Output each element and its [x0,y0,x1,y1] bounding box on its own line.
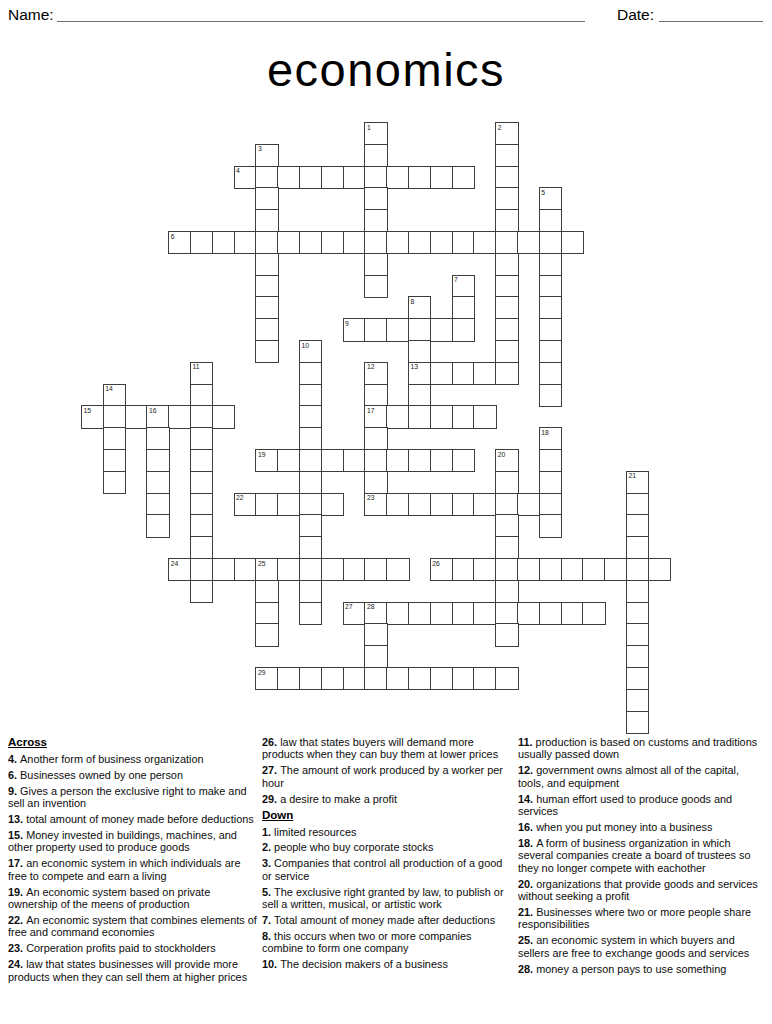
grid-cell[interactable] [299,405,322,428]
grid-cell[interactable] [146,493,169,516]
grid-cell[interactable] [452,493,475,516]
grid-cell[interactable] [255,340,278,363]
grid-cell[interactable] [430,667,453,690]
grid-cell[interactable]: 20 [495,449,518,472]
grid-cell[interactable] [539,318,562,341]
grid-cell[interactable]: 8 [408,296,431,319]
grid-cell[interactable] [473,602,496,625]
clue-number: 22. [8,914,26,926]
grid-cell[interactable] [408,384,431,407]
grid-cell[interactable] [364,253,387,276]
cell-number: 10 [302,342,310,350]
grid-cell[interactable] [299,166,322,189]
grid-cell[interactable] [430,166,453,189]
grid-cell[interactable]: 28 [364,602,387,625]
cell-number: 18 [541,429,549,437]
grid-cell[interactable] [364,318,387,341]
clue-number: 26. [262,736,280,748]
grid-cell[interactable] [146,514,169,537]
grid-cell[interactable] [452,296,475,319]
clue-item: 1. limited resources [262,826,512,838]
grid-cell[interactable] [495,144,518,167]
grid-cell[interactable] [386,602,409,625]
grid-cell[interactable] [495,558,518,581]
grid-cell[interactable] [277,166,300,189]
grid-cell[interactable] [255,623,278,646]
clue-item: 22. An economic system that combines ele… [8,914,260,939]
grid-cell[interactable] [386,667,409,690]
grid-cell[interactable] [168,405,191,428]
grid-cell[interactable] [364,645,387,668]
grid-cell[interactable] [190,493,213,516]
name-label: Name: [8,6,54,24]
grid-cell[interactable] [146,449,169,472]
cell-number: 12 [367,363,375,371]
grid-cell[interactable] [299,558,322,581]
grid-cell[interactable] [408,340,431,363]
grid-cell[interactable] [277,667,300,690]
grid-cell[interactable] [408,449,431,472]
grid-cell[interactable] [321,667,344,690]
grid-cell[interactable] [386,558,409,581]
cell-number: 15 [84,407,92,415]
cell-number: 26 [432,560,440,568]
grid-cell[interactable] [626,689,649,712]
grid-cell[interactable] [277,231,300,254]
grid-cell[interactable] [539,558,562,581]
grid-cell[interactable] [495,471,518,494]
crossword-grid: 1234567891011121314151617181920212223242… [81,122,672,735]
grid-cell[interactable] [539,602,562,625]
clue-number: 7. [262,914,274,926]
grid-cell[interactable]: 2 [495,122,518,145]
grid-cell[interactable] [299,427,322,450]
grid-cell[interactable] [386,231,409,254]
cell-number: 21 [629,472,637,480]
clue-item: 19. An economic system based on private … [8,886,260,911]
grid-cell[interactable] [255,209,278,232]
grid-cell[interactable] [495,580,518,603]
grid-cell[interactable] [495,340,518,363]
grid-cell[interactable] [626,711,649,734]
grid-cell[interactable]: 13 [408,362,431,385]
grid-cell[interactable] [364,471,387,494]
clue-number: 17. [8,857,26,869]
clue-number: 21. [518,906,536,918]
grid-cell[interactable]: 25 [255,558,278,581]
grid-cell[interactable] [103,405,126,428]
cell-number: 28 [367,603,375,611]
grid-cell[interactable] [495,493,518,516]
grid-cell[interactable]: 3 [255,144,278,167]
grid-cell[interactable] [190,231,213,254]
clue-number: 3. [262,857,274,869]
date-label: Date: [617,6,654,24]
grid-cell[interactable]: 9 [343,318,366,341]
grid-cell[interactable] [473,667,496,690]
grid-cell[interactable] [495,623,518,646]
grid-cell[interactable]: 23 [364,493,387,516]
grid-cell[interactable] [364,275,387,298]
grid-cell[interactable] [539,296,562,319]
grid-cell[interactable] [408,166,431,189]
clue-item: 14. human effort used to produce goods a… [518,793,768,818]
clue-number: 18. [518,837,536,849]
grid-cell[interactable] [495,296,518,319]
clue-item: 8. this occurs when two or more companie… [262,930,512,955]
clue-item: 26. law that states buyers will demand m… [262,736,512,761]
grid-cell[interactable] [364,427,387,450]
grid-cell[interactable] [495,209,518,232]
grid-cell[interactable] [343,166,366,189]
clue-item: 29. a desire to make a profit [262,793,512,805]
grid-cell[interactable] [343,231,366,254]
grid-cell[interactable]: 5 [539,187,562,210]
grid-cell[interactable] [255,493,278,516]
clue-number: 29. [262,793,280,805]
grid-cell[interactable] [364,231,387,254]
grid-cell[interactable] [299,580,322,603]
grid-cell[interactable] [103,427,126,450]
clue-item: 5. The exclusive right granted by law, t… [262,886,512,911]
cell-number: 23 [367,494,375,502]
grid-cell[interactable] [495,602,518,625]
grid-cell[interactable]: 16 [146,405,169,428]
grid-cell[interactable] [190,449,213,472]
clue-number: 19. [8,886,26,898]
grid-cell[interactable] [495,275,518,298]
clue-number: 14. [518,793,536,805]
clue-number: 4. [8,753,20,765]
clue-number: 8. [262,930,274,942]
grid-cell[interactable] [386,493,409,516]
grid-cell[interactable] [299,384,322,407]
grid-cell[interactable] [539,449,562,472]
grid-cell[interactable] [408,667,431,690]
grid-cell[interactable] [255,296,278,319]
grid-cell[interactable] [582,558,605,581]
grid-cell[interactable] [234,231,257,254]
grid-cell[interactable] [626,623,649,646]
grid-cell[interactable] [190,471,213,494]
clue-item: 3. Companies that control all production… [262,857,512,882]
cell-number: 7 [454,276,458,284]
clue-number: 5. [262,886,274,898]
grid-cell[interactable] [408,602,431,625]
grid-cell[interactable] [473,405,496,428]
grid-cell[interactable] [517,602,540,625]
grid-cell[interactable]: 21 [626,471,649,494]
grid-cell[interactable] [299,471,322,494]
clue-item: 4. Another form of business organization [8,753,260,765]
grid-cell[interactable] [212,558,235,581]
grid-cell[interactable] [277,558,300,581]
grid-cell[interactable] [255,602,278,625]
grid-cell[interactable]: 10 [299,340,322,363]
grid-cell[interactable]: 27 [343,602,366,625]
grid-cell[interactable] [190,384,213,407]
grid-cell[interactable] [277,493,300,516]
grid-cell[interactable] [495,253,518,276]
grid-cell[interactable] [430,231,453,254]
clue-number: 13. [8,813,26,825]
grid-cell[interactable] [626,667,649,690]
grid-cell[interactable] [539,493,562,516]
grid-cell[interactable] [582,602,605,625]
grid-cell[interactable] [299,449,322,472]
clue-item: 2. people who buy corporate stocks [262,841,512,853]
grid-cell[interactable] [561,231,584,254]
cell-number: 17 [367,407,375,415]
clue-number: 1. [262,826,274,838]
clue-number: 10. [262,958,280,970]
grid-cell[interactable] [495,514,518,537]
grid-cell[interactable] [364,667,387,690]
grid-cell[interactable] [386,405,409,428]
grid-cell[interactable] [299,231,322,254]
grid-cell[interactable] [321,231,344,254]
grid-cell[interactable] [626,602,649,625]
clue-number: 2. [262,841,274,853]
cell-number: 14 [105,385,113,393]
cell-number: 3 [258,145,262,153]
cell-number: 9 [345,320,349,328]
grid-cell[interactable] [190,405,213,428]
grid-cell[interactable] [430,318,453,341]
grid-cell[interactable] [234,558,257,581]
cell-number: 13 [411,363,419,371]
grid-cell[interactable] [299,536,322,559]
grid-cell[interactable] [321,166,344,189]
clue-number: 28. [518,963,536,975]
grid-cell[interactable] [539,340,562,363]
grid-cell[interactable]: 18 [539,427,562,450]
grid-cell[interactable] [452,558,475,581]
clue-item: 6. Businesses owned by one person [8,769,260,781]
grid-cell[interactable] [539,253,562,276]
grid-cell[interactable] [495,362,518,385]
grid-cell[interactable] [103,449,126,472]
cell-number: 25 [258,560,266,568]
clue-item: 9. Gives a person the exclusive right to… [8,785,260,810]
grid-cell[interactable] [561,558,584,581]
grid-cell[interactable]: 29 [255,667,278,690]
grid-cell[interactable] [364,558,387,581]
grid-cell[interactable]: 22 [234,493,257,516]
grid-cell[interactable] [495,166,518,189]
date-blank-line[interactable] [659,21,763,22]
grid-cell[interactable] [495,187,518,210]
clue-number: 16. [518,821,536,833]
grid-cell[interactable] [452,166,475,189]
grid-cell[interactable] [255,580,278,603]
grid-cell[interactable]: 11 [190,362,213,385]
grid-cell[interactable] [255,253,278,276]
clue-number: 25. [518,934,536,946]
grid-cell[interactable]: 1 [364,122,387,145]
grid-cell[interactable] [495,667,518,690]
grid-cell[interactable] [452,318,475,341]
grid-cell[interactable] [539,231,562,254]
worksheet-page: Name: Date: economics 123456789101112131… [0,0,772,1024]
grid-cell[interactable] [299,602,322,625]
grid-cell[interactable] [517,558,540,581]
grid-cell[interactable] [190,580,213,603]
cell-number: 22 [236,494,244,502]
cell-number: 29 [258,669,266,677]
grid-cell[interactable] [626,580,649,603]
grid-cell[interactable] [452,231,475,254]
grid-cell[interactable] [517,231,540,254]
grid-cell[interactable]: 17 [364,405,387,428]
grid-cell[interactable] [495,231,518,254]
cell-number: 11 [193,363,200,371]
grid-cell[interactable]: 4 [234,166,257,189]
grid-cell[interactable] [386,449,409,472]
grid-cell[interactable] [255,231,278,254]
grid-cell[interactable] [190,558,213,581]
grid-cell[interactable] [190,536,213,559]
cell-number: 1 [367,124,371,132]
grid-cell[interactable] [408,318,431,341]
grid-cell[interactable] [539,362,562,385]
grid-cell[interactable] [473,362,496,385]
grid-cell[interactable]: 26 [430,558,453,581]
grid-cell[interactable] [473,493,496,516]
cell-number: 19 [258,451,266,459]
grid-cell[interactable] [430,405,453,428]
name-blank-line[interactable] [57,21,585,22]
grid-cell[interactable] [539,275,562,298]
grid-cell[interactable] [321,493,344,516]
grid-cell[interactable] [190,514,213,537]
clue-number: 15. [8,829,26,841]
grid-cell[interactable] [561,602,584,625]
clue-item: 28. money a person pays to use something [518,963,768,975]
grid-cell[interactable] [212,405,235,428]
grid-cell[interactable]: 24 [168,558,191,581]
grid-cell[interactable] [364,144,387,167]
grid-cell[interactable]: 6 [168,231,191,254]
grid-cell[interactable] [146,471,169,494]
grid-cell[interactable] [364,166,387,189]
clue-item: 12. government owns almost all of the ca… [518,764,768,789]
grid-cell[interactable] [277,449,300,472]
grid-cell[interactable] [125,405,148,428]
grid-cell[interactable] [452,667,475,690]
grid-cell[interactable] [539,514,562,537]
cell-number: 4 [236,167,240,175]
grid-cell[interactable] [604,558,627,581]
clue-item: 20. organizations that provide goods and… [518,878,768,903]
grid-cell[interactable] [648,558,671,581]
grid-cell[interactable]: 14 [103,384,126,407]
grid-cell[interactable] [255,318,278,341]
grid-cell[interactable] [452,362,475,385]
grid-cell[interactable] [539,471,562,494]
grid-cell[interactable] [321,449,344,472]
clue-item: 15. Money invested in buildings, machine… [8,829,260,854]
grid-cell[interactable] [364,449,387,472]
grid-cell[interactable] [343,667,366,690]
grid-cell[interactable] [430,493,453,516]
grid-cell[interactable] [299,493,322,516]
clue-number: 12. [518,764,536,776]
clue-item: 24. law that states businesses will prov… [8,958,260,983]
grid-cell[interactable]: 12 [364,362,387,385]
grid-cell[interactable] [452,602,475,625]
grid-cell[interactable] [517,493,540,516]
grid-cell[interactable] [364,209,387,232]
grid-cell[interactable] [343,558,366,581]
clue-column-1: Across4. Another form of business organi… [8,736,260,987]
clue-column-2: 26. law that states buyers will demand m… [262,736,512,974]
clue-item: 10. The decision makers of a business [262,958,512,970]
grid-cell[interactable] [626,645,649,668]
grid-cell[interactable] [408,493,431,516]
across-header: Across [8,736,260,749]
grid-cell[interactable] [190,427,213,450]
grid-cell[interactable] [299,667,322,690]
grid-cell[interactable] [299,362,322,385]
grid-cell[interactable] [299,514,322,537]
grid-cell[interactable] [430,602,453,625]
grid-cell[interactable] [408,231,431,254]
grid-cell[interactable] [626,558,649,581]
grid-cell[interactable] [452,449,475,472]
grid-cell[interactable] [364,384,387,407]
clue-item: 17. an economic system in which individu… [8,857,260,882]
grid-cell[interactable] [386,318,409,341]
grid-cell[interactable] [626,493,649,516]
clue-number: 20. [518,878,536,890]
grid-cell[interactable] [473,231,496,254]
grid-cell[interactable] [626,536,649,559]
clue-number: 6. [8,769,20,781]
grid-cell[interactable]: 19 [255,449,278,472]
cell-number: 2 [498,124,502,132]
cell-number: 24 [171,560,179,568]
grid-cell[interactable] [212,231,235,254]
clue-item: 27. The amount of work produced by a wor… [262,764,512,789]
grid-cell[interactable] [626,514,649,537]
grid-cell[interactable] [539,209,562,232]
grid-cell[interactable] [255,166,278,189]
grid-cell[interactable] [321,558,344,581]
cell-number: 16 [149,407,157,415]
grid-cell[interactable] [495,536,518,559]
cell-number: 5 [541,189,545,197]
grid-cell[interactable]: 15 [81,405,104,428]
grid-cell[interactable] [364,623,387,646]
grid-cell[interactable] [430,449,453,472]
grid-cell[interactable] [473,558,496,581]
grid-cell[interactable] [364,187,387,210]
grid-cell[interactable] [343,449,366,472]
grid-cell[interactable] [386,166,409,189]
grid-cell[interactable] [255,275,278,298]
grid-cell[interactable] [539,384,562,407]
puzzle-title: economics [0,42,772,97]
grid-cell[interactable] [495,318,518,341]
grid-cell[interactable] [103,471,126,494]
grid-cell[interactable] [255,187,278,210]
grid-cell[interactable] [408,405,431,428]
grid-cell[interactable] [452,405,475,428]
grid-cell[interactable] [146,427,169,450]
grid-cell[interactable]: 7 [452,275,475,298]
grid-cell[interactable] [430,362,453,385]
